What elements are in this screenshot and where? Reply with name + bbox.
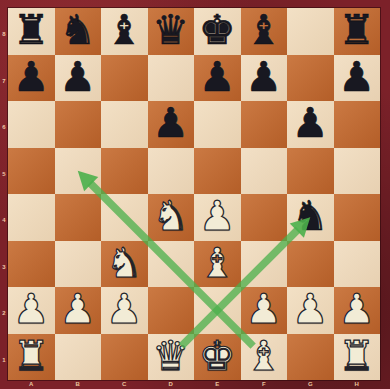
rank-label-7: 7 xyxy=(0,77,8,85)
file-label-b: B xyxy=(55,381,102,388)
square-a8[interactable]: ♜ xyxy=(8,8,55,55)
rank-label-8: 8 xyxy=(0,30,8,38)
square-h5[interactable] xyxy=(334,148,381,195)
square-e1[interactable]: ♚ xyxy=(194,334,241,381)
square-d3[interactable] xyxy=(148,241,195,288)
square-b7[interactable]: ♟ xyxy=(55,55,102,102)
square-d7[interactable] xyxy=(148,55,195,102)
square-g4[interactable]: ♞ xyxy=(287,194,334,241)
file-label-c: C xyxy=(101,381,148,388)
square-f3[interactable] xyxy=(241,241,288,288)
piece-black-knight[interactable]: ♞ xyxy=(59,7,96,54)
piece-black-pawn[interactable]: ♟ xyxy=(292,100,329,147)
square-h6[interactable] xyxy=(334,101,381,148)
piece-white-pawn[interactable]: ♟ xyxy=(292,286,329,333)
square-f1[interactable]: ♝ xyxy=(241,334,288,381)
square-h3[interactable] xyxy=(334,241,381,288)
piece-white-pawn[interactable]: ♟ xyxy=(338,286,375,333)
square-a3[interactable] xyxy=(8,241,55,288)
piece-white-bishop[interactable]: ♝ xyxy=(199,240,236,287)
square-h7[interactable]: ♟ xyxy=(334,55,381,102)
piece-white-pawn[interactable]: ♟ xyxy=(59,286,96,333)
square-e4[interactable]: ♟ xyxy=(194,194,241,241)
square-e3[interactable]: ♝ xyxy=(194,241,241,288)
square-g3[interactable] xyxy=(287,241,334,288)
file-label-a: A xyxy=(8,381,55,388)
square-b4[interactable] xyxy=(55,194,102,241)
rank-label-1: 1 xyxy=(0,356,8,364)
piece-black-rook[interactable]: ♜ xyxy=(13,7,50,54)
square-c8[interactable]: ♝ xyxy=(101,8,148,55)
piece-black-knight[interactable]: ♞ xyxy=(292,193,329,240)
square-g8[interactable] xyxy=(287,8,334,55)
square-d5[interactable] xyxy=(148,148,195,195)
piece-black-bishop[interactable]: ♝ xyxy=(106,7,143,54)
square-g7[interactable] xyxy=(287,55,334,102)
square-f7[interactable]: ♟ xyxy=(241,55,288,102)
square-h4[interactable] xyxy=(334,194,381,241)
square-a1[interactable]: ♜ xyxy=(8,334,55,381)
piece-white-knight[interactable]: ♞ xyxy=(152,193,189,240)
square-b2[interactable]: ♟ xyxy=(55,287,102,334)
square-f4[interactable] xyxy=(241,194,288,241)
square-a5[interactable] xyxy=(8,148,55,195)
piece-white-pawn[interactable]: ♟ xyxy=(199,193,236,240)
square-f2[interactable]: ♟ xyxy=(241,287,288,334)
square-g2[interactable]: ♟ xyxy=(287,287,334,334)
piece-black-rook[interactable]: ♜ xyxy=(338,7,375,54)
file-label-g: G xyxy=(287,381,334,388)
piece-black-king[interactable]: ♚ xyxy=(199,7,236,54)
square-h1[interactable]: ♜ xyxy=(334,334,381,381)
square-a7[interactable]: ♟ xyxy=(8,55,55,102)
square-a6[interactable] xyxy=(8,101,55,148)
file-label-e: E xyxy=(194,381,241,388)
square-b8[interactable]: ♞ xyxy=(55,8,102,55)
square-e5[interactable] xyxy=(194,148,241,195)
square-a4[interactable] xyxy=(8,194,55,241)
piece-white-queen[interactable]: ♛ xyxy=(152,333,189,380)
piece-black-pawn[interactable]: ♟ xyxy=(245,54,282,101)
board-frame: ♜♞♝♛♚♝♜♟♟♟♟♟♟♟♞♟♞♞♝♟♟♟♟♟♟♜♛♚♝♜ 12345678A… xyxy=(0,0,390,389)
rank-label-3: 3 xyxy=(0,263,8,271)
square-d6[interactable]: ♟ xyxy=(148,101,195,148)
piece-white-rook[interactable]: ♜ xyxy=(338,333,375,380)
square-d1[interactable]: ♛ xyxy=(148,334,195,381)
square-e6[interactable] xyxy=(194,101,241,148)
square-f5[interactable] xyxy=(241,148,288,195)
rank-label-6: 6 xyxy=(0,123,8,131)
square-c6[interactable] xyxy=(101,101,148,148)
file-label-h: H xyxy=(334,381,381,388)
piece-white-rook[interactable]: ♜ xyxy=(13,333,50,380)
square-g1[interactable] xyxy=(287,334,334,381)
square-c5[interactable] xyxy=(101,148,148,195)
piece-white-king[interactable]: ♚ xyxy=(199,333,236,380)
rank-label-2: 2 xyxy=(0,309,8,317)
piece-white-pawn[interactable]: ♟ xyxy=(13,286,50,333)
chess-board: ♜♞♝♛♚♝♜♟♟♟♟♟♟♟♞♟♞♞♝♟♟♟♟♟♟♜♛♚♝♜ xyxy=(8,8,380,380)
square-c2[interactable]: ♟ xyxy=(101,287,148,334)
piece-white-pawn[interactable]: ♟ xyxy=(245,286,282,333)
square-b3[interactable] xyxy=(55,241,102,288)
piece-black-queen[interactable]: ♛ xyxy=(152,7,189,54)
rank-label-5: 5 xyxy=(0,170,8,178)
rank-label-4: 4 xyxy=(0,216,8,224)
square-b5[interactable] xyxy=(55,148,102,195)
piece-white-bishop[interactable]: ♝ xyxy=(245,333,282,380)
square-c3[interactable]: ♞ xyxy=(101,241,148,288)
piece-black-pawn[interactable]: ♟ xyxy=(152,100,189,147)
square-b1[interactable] xyxy=(55,334,102,381)
square-c4[interactable] xyxy=(101,194,148,241)
square-a2[interactable]: ♟ xyxy=(8,287,55,334)
square-f6[interactable] xyxy=(241,101,288,148)
piece-white-knight[interactable]: ♞ xyxy=(106,240,143,287)
file-label-d: D xyxy=(148,381,195,388)
piece-black-pawn[interactable]: ♟ xyxy=(13,54,50,101)
square-d4[interactable]: ♞ xyxy=(148,194,195,241)
piece-black-pawn[interactable]: ♟ xyxy=(338,54,375,101)
square-c1[interactable] xyxy=(101,334,148,381)
piece-black-pawn[interactable]: ♟ xyxy=(199,54,236,101)
square-e7[interactable]: ♟ xyxy=(194,55,241,102)
square-c7[interactable] xyxy=(101,55,148,102)
square-e2[interactable] xyxy=(194,287,241,334)
square-h2[interactable]: ♟ xyxy=(334,287,381,334)
square-h8[interactable]: ♜ xyxy=(334,8,381,55)
piece-black-pawn[interactable]: ♟ xyxy=(59,54,96,101)
piece-white-pawn[interactable]: ♟ xyxy=(106,286,143,333)
square-e8[interactable]: ♚ xyxy=(194,8,241,55)
square-b6[interactable] xyxy=(55,101,102,148)
square-g6[interactable]: ♟ xyxy=(287,101,334,148)
piece-black-bishop[interactable]: ♝ xyxy=(245,7,282,54)
file-label-f: F xyxy=(241,381,288,388)
square-d2[interactable] xyxy=(148,287,195,334)
square-g5[interactable] xyxy=(287,148,334,195)
square-f8[interactable]: ♝ xyxy=(241,8,288,55)
square-d8[interactable]: ♛ xyxy=(148,8,195,55)
